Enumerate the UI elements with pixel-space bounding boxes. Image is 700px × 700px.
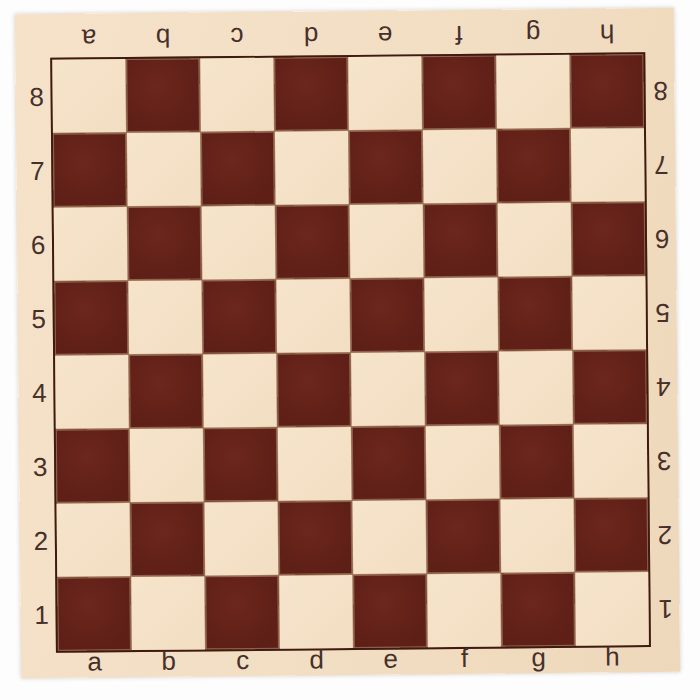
square-a4[interactable] bbox=[55, 355, 129, 429]
square-h6[interactable] bbox=[572, 202, 646, 276]
square-c2[interactable] bbox=[205, 502, 279, 576]
file-label-top-a: a bbox=[81, 25, 96, 51]
square-d2[interactable] bbox=[279, 501, 353, 575]
square-d6[interactable] bbox=[276, 205, 350, 279]
rank-label-left-1: 1 bbox=[34, 601, 49, 627]
square-h5[interactable] bbox=[572, 276, 646, 350]
square-f4[interactable] bbox=[425, 352, 499, 426]
square-g6[interactable] bbox=[498, 203, 572, 277]
square-g8[interactable] bbox=[496, 55, 570, 129]
square-g7[interactable] bbox=[497, 129, 571, 203]
square-f8[interactable] bbox=[422, 56, 496, 130]
file-label-bottom-c: c bbox=[236, 647, 249, 673]
square-c3[interactable] bbox=[204, 428, 278, 502]
square-e1[interactable] bbox=[353, 574, 427, 648]
square-g4[interactable] bbox=[499, 351, 573, 425]
rank-label-left-2: 2 bbox=[34, 527, 49, 553]
square-c5[interactable] bbox=[202, 280, 276, 354]
square-h2[interactable] bbox=[575, 498, 649, 572]
square-a3[interactable] bbox=[56, 429, 130, 503]
square-e3[interactable] bbox=[352, 426, 426, 500]
square-f2[interactable] bbox=[427, 500, 501, 574]
square-b5[interactable] bbox=[128, 280, 202, 354]
square-h1[interactable] bbox=[575, 572, 649, 646]
square-e4[interactable] bbox=[351, 352, 425, 426]
file-label-bottom-g: g bbox=[531, 644, 546, 670]
square-c6[interactable] bbox=[202, 206, 276, 280]
file-label-bottom-e: e bbox=[383, 646, 398, 672]
rank-label-right-5: 5 bbox=[655, 299, 670, 325]
square-a2[interactable] bbox=[57, 503, 131, 577]
square-b4[interactable] bbox=[129, 354, 203, 428]
vinyl-sheet: aa88bb77cc66dd55ee44ff33gg22hh11 bbox=[15, 8, 680, 678]
file-label-bottom-a: a bbox=[87, 648, 102, 674]
rank-label-right-8: 8 bbox=[653, 77, 668, 103]
file-label-top-h: h bbox=[599, 20, 614, 46]
square-e8[interactable] bbox=[348, 56, 422, 130]
square-f3[interactable] bbox=[426, 426, 500, 500]
square-d7[interactable] bbox=[275, 131, 349, 205]
rank-label-right-2: 2 bbox=[657, 521, 672, 547]
rank-label-right-7: 7 bbox=[654, 151, 669, 177]
rank-label-right-6: 6 bbox=[655, 225, 670, 251]
square-d4[interactable] bbox=[277, 353, 351, 427]
square-h4[interactable] bbox=[573, 350, 647, 424]
square-h8[interactable] bbox=[570, 54, 644, 128]
square-b6[interactable] bbox=[128, 206, 202, 280]
square-d1[interactable] bbox=[279, 575, 353, 649]
file-label-top-g: g bbox=[525, 21, 540, 47]
file-label-bottom-b: b bbox=[161, 648, 176, 674]
rank-label-right-3: 3 bbox=[657, 447, 672, 473]
rank-label-right-4: 4 bbox=[656, 373, 671, 399]
file-label-top-f: f bbox=[455, 22, 462, 48]
square-h3[interactable] bbox=[574, 424, 648, 498]
square-d5[interactable] bbox=[276, 279, 350, 353]
square-e2[interactable] bbox=[353, 500, 427, 574]
rank-label-left-6: 6 bbox=[31, 231, 46, 257]
square-b7[interactable] bbox=[127, 132, 201, 206]
square-h7[interactable] bbox=[571, 128, 645, 202]
square-a6[interactable] bbox=[54, 207, 128, 281]
rank-label-left-7: 7 bbox=[30, 157, 45, 183]
square-d8[interactable] bbox=[274, 57, 348, 131]
square-f7[interactable] bbox=[423, 130, 497, 204]
square-b8[interactable] bbox=[126, 58, 200, 132]
square-g1[interactable] bbox=[501, 573, 575, 647]
square-b3[interactable] bbox=[130, 428, 204, 502]
square-f6[interactable] bbox=[424, 204, 498, 278]
file-label-top-e: e bbox=[377, 23, 392, 49]
square-a8[interactable] bbox=[52, 59, 126, 133]
square-d3[interactable] bbox=[278, 427, 352, 501]
square-b2[interactable] bbox=[131, 502, 205, 576]
square-c1[interactable] bbox=[205, 576, 279, 650]
square-c7[interactable] bbox=[201, 132, 275, 206]
square-a5[interactable] bbox=[54, 281, 128, 355]
square-g5[interactable] bbox=[498, 277, 572, 351]
board-photo: aa88bb77cc66dd55ee44ff33gg22hh11 bbox=[0, 0, 700, 700]
square-e7[interactable] bbox=[349, 130, 423, 204]
square-e5[interactable] bbox=[350, 278, 424, 352]
square-c8[interactable] bbox=[200, 58, 274, 132]
square-b1[interactable] bbox=[131, 576, 205, 650]
chess-board bbox=[50, 52, 651, 653]
file-label-bottom-d: d bbox=[309, 646, 324, 672]
coordinate-labels: aa88bb77cc66dd55ee44ff33gg22hh11 bbox=[15, 8, 674, 14]
square-c4[interactable] bbox=[203, 354, 277, 428]
file-label-top-b: b bbox=[155, 25, 170, 51]
file-label-top-c: c bbox=[230, 24, 243, 50]
rank-label-left-4: 4 bbox=[32, 379, 47, 405]
rank-label-left-5: 5 bbox=[31, 305, 46, 331]
file-label-top-d: d bbox=[303, 23, 318, 49]
rank-label-right-1: 1 bbox=[658, 595, 673, 621]
rank-label-left-3: 3 bbox=[33, 453, 48, 479]
square-a1[interactable] bbox=[57, 577, 131, 651]
rank-label-left-8: 8 bbox=[29, 83, 44, 109]
file-label-bottom-f: f bbox=[461, 645, 468, 671]
square-f5[interactable] bbox=[424, 278, 498, 352]
square-f1[interactable] bbox=[427, 574, 501, 648]
square-a7[interactable] bbox=[53, 133, 127, 207]
square-g3[interactable] bbox=[500, 425, 574, 499]
square-g2[interactable] bbox=[501, 499, 575, 573]
file-label-bottom-h: h bbox=[605, 643, 620, 669]
square-e6[interactable] bbox=[350, 204, 424, 278]
